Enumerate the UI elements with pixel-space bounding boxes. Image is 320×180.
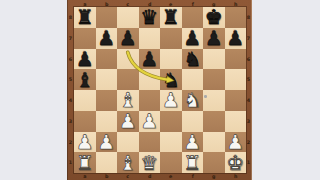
- square-e6[interactable]: [160, 49, 182, 70]
- square-e1[interactable]: [160, 152, 182, 173]
- black-bishop-a5[interactable]: ♝: [76, 69, 94, 89]
- square-h2[interactable]: ♟: [225, 132, 247, 153]
- square-f7[interactable]: ♟: [182, 28, 204, 49]
- rank-label-left-1: 1: [68, 154, 74, 171]
- white-knight-f4[interactable]: ♞: [183, 90, 201, 110]
- black-pawn-c7[interactable]: ♟: [119, 28, 137, 48]
- square-a8[interactable]: ♜: [74, 7, 96, 28]
- file-label-top-f: f: [184, 1, 201, 7]
- black-pawn-d6[interactable]: ♟: [140, 48, 158, 68]
- square-b1[interactable]: [96, 152, 118, 173]
- file-label-bottom-f: f: [184, 174, 201, 180]
- file-label-top-c: c: [119, 1, 136, 7]
- square-h5[interactable]: [225, 69, 247, 90]
- square-c8[interactable]: [117, 7, 139, 28]
- rank-label-left-2: 2: [68, 134, 74, 151]
- square-e7[interactable]: [160, 28, 182, 49]
- square-f4[interactable]: ♞: [182, 90, 204, 111]
- chess-board-frame: abcdefgh abcdefgh 87654321 87654321 ♜♛♜♚…: [67, 0, 252, 180]
- white-pawn-f2[interactable]: ♟: [183, 131, 201, 151]
- file-label-bottom-h: h: [227, 174, 244, 180]
- square-b4[interactable]: [96, 90, 118, 111]
- square-b2[interactable]: ♟: [96, 132, 118, 153]
- square-a6[interactable]: ♟: [74, 49, 96, 70]
- square-g7[interactable]: ♟: [203, 28, 225, 49]
- square-b7[interactable]: ♟: [96, 28, 118, 49]
- rank-label-left-4: 4: [68, 92, 74, 109]
- square-f3[interactable]: [182, 111, 204, 132]
- black-rook-a8[interactable]: ♜: [76, 7, 94, 27]
- black-pawn-g7[interactable]: ♟: [205, 28, 223, 48]
- square-f5[interactable]: [182, 69, 204, 90]
- rank-label-left-3: 3: [68, 113, 74, 130]
- square-f6[interactable]: ♞: [182, 49, 204, 70]
- rank-label-right-1: 1: [246, 154, 252, 171]
- black-knight-e5[interactable]: ♞: [162, 69, 180, 89]
- rank-label-left-8: 8: [68, 9, 74, 26]
- rank-label-right-2: 2: [246, 134, 252, 151]
- white-pawn-h2[interactable]: ♟: [226, 131, 244, 151]
- rank-label-right-7: 7: [246, 30, 252, 47]
- rank-label-left-7: 7: [68, 30, 74, 47]
- square-d6[interactable]: ♟: [139, 49, 161, 70]
- cursor-dot: [204, 95, 207, 98]
- square-a4[interactable]: [74, 90, 96, 111]
- square-e5[interactable]: ♞: [160, 69, 182, 90]
- square-b5[interactable]: [96, 69, 118, 90]
- square-e8[interactable]: ♜: [160, 7, 182, 28]
- file-label-bottom-e: e: [162, 174, 179, 180]
- square-a2[interactable]: ♟: [74, 132, 96, 153]
- square-h4[interactable]: [225, 90, 247, 111]
- rank-label-right-8: 8: [246, 9, 252, 26]
- square-g1[interactable]: [203, 152, 225, 173]
- square-h7[interactable]: ♟: [225, 28, 247, 49]
- square-f1[interactable]: ♜: [182, 152, 204, 173]
- white-pawn-c3[interactable]: ♟: [119, 111, 137, 131]
- black-pawn-b7[interactable]: ♟: [97, 28, 115, 48]
- white-king-h1[interactable]: ♚: [226, 152, 244, 172]
- square-d8[interactable]: ♛: [139, 7, 161, 28]
- square-d1[interactable]: ♛: [139, 152, 161, 173]
- square-d4[interactable]: [139, 90, 161, 111]
- page-background: abcdefgh abcdefgh 87654321 87654321 ♜♛♜♚…: [0, 0, 320, 180]
- square-c2[interactable]: [117, 132, 139, 153]
- square-g3[interactable]: [203, 111, 225, 132]
- black-pawn-a6[interactable]: ♟: [76, 48, 94, 68]
- square-e3[interactable]: [160, 111, 182, 132]
- white-pawn-e4[interactable]: ♟: [162, 90, 180, 110]
- black-rook-e8[interactable]: ♜: [162, 7, 180, 27]
- square-f2[interactable]: ♟: [182, 132, 204, 153]
- file-label-bottom-c: c: [119, 174, 136, 180]
- white-rook-a1[interactable]: ♜: [76, 152, 94, 172]
- white-pawn-a2[interactable]: ♟: [76, 131, 94, 151]
- square-e2[interactable]: [160, 132, 182, 153]
- file-label-top-h: h: [227, 1, 244, 7]
- black-knight-f6[interactable]: ♞: [183, 48, 201, 68]
- white-pawn-b2[interactable]: ♟: [97, 131, 115, 151]
- white-bishop-c4[interactable]: ♝: [119, 90, 137, 110]
- file-label-top-b: b: [98, 1, 115, 7]
- white-rook-f1[interactable]: ♜: [183, 152, 201, 172]
- square-a5[interactable]: ♝: [74, 69, 96, 90]
- square-c1[interactable]: ♝: [117, 152, 139, 173]
- square-d7[interactable]: [139, 28, 161, 49]
- square-g4[interactable]: [203, 90, 225, 111]
- white-pawn-d3[interactable]: ♟: [140, 111, 158, 131]
- rank-label-right-3: 3: [246, 113, 252, 130]
- square-h1[interactable]: ♚: [225, 152, 247, 173]
- square-h8[interactable]: [225, 7, 247, 28]
- square-f8[interactable]: [182, 7, 204, 28]
- white-bishop-c1[interactable]: ♝: [119, 152, 137, 172]
- file-label-bottom-b: b: [98, 174, 115, 180]
- square-g5[interactable]: [203, 69, 225, 90]
- square-c5[interactable]: [117, 69, 139, 90]
- square-c6[interactable]: [117, 49, 139, 70]
- square-g6[interactable]: [203, 49, 225, 70]
- rank-label-left-5: 5: [68, 71, 74, 88]
- file-label-bottom-g: g: [205, 174, 222, 180]
- square-b6[interactable]: [96, 49, 118, 70]
- rank-label-right-6: 6: [246, 51, 252, 68]
- square-h3[interactable]: [225, 111, 247, 132]
- rank-label-right-5: 5: [246, 71, 252, 88]
- square-d3[interactable]: ♟: [139, 111, 161, 132]
- black-queen-d8[interactable]: ♛: [140, 7, 158, 27]
- square-a7[interactable]: [74, 28, 96, 49]
- square-e4[interactable]: ♟: [160, 90, 182, 111]
- square-c7[interactable]: ♟: [117, 28, 139, 49]
- square-d2[interactable]: [139, 132, 161, 153]
- black-pawn-h7[interactable]: ♟: [226, 28, 244, 48]
- square-b3[interactable]: [96, 111, 118, 132]
- square-a1[interactable]: ♜: [74, 152, 96, 173]
- square-h6[interactable]: [225, 49, 247, 70]
- file-label-bottom-a: a: [76, 174, 93, 180]
- square-a3[interactable]: [74, 111, 96, 132]
- black-king-g8[interactable]: ♚: [205, 7, 223, 27]
- square-g2[interactable]: [203, 132, 225, 153]
- white-queen-d1[interactable]: ♛: [140, 152, 158, 172]
- square-d5[interactable]: [139, 69, 161, 90]
- square-b8[interactable]: [96, 7, 118, 28]
- square-g8[interactable]: ♚: [203, 7, 225, 28]
- chess-board: ♜♛♜♚♟♟♟♟♟♟♟♞♝♞♝♟♞♟♟♟♟♟♟♜♝♛♜♚: [74, 7, 246, 173]
- square-c4[interactable]: ♝: [117, 90, 139, 111]
- black-pawn-f7[interactable]: ♟: [183, 28, 201, 48]
- square-c3[interactable]: ♟: [117, 111, 139, 132]
- rank-label-left-6: 6: [68, 51, 74, 68]
- rank-label-right-4: 4: [246, 92, 252, 109]
- file-label-bottom-d: d: [141, 174, 158, 180]
